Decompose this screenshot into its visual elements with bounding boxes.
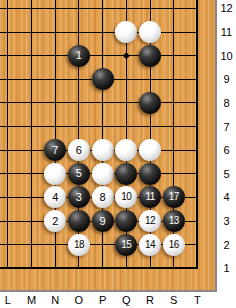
row-label-5: 5 xyxy=(217,167,236,181)
row-label-12: 12 xyxy=(217,1,236,15)
col-label-T: T xyxy=(189,293,205,307)
row-label-8: 8 xyxy=(217,96,236,110)
row-label-1: 1 xyxy=(217,261,236,275)
row-label-4: 4 xyxy=(217,190,236,204)
stone-black-Q2[interactable]: 15 xyxy=(115,234,137,256)
move-number: 16 xyxy=(169,240,179,250)
col-label-R: R xyxy=(142,293,158,307)
stone-white-N5[interactable] xyxy=(44,163,66,185)
move-number: 7 xyxy=(52,145,58,156)
col-label-N: N xyxy=(47,293,63,307)
move-number: 18 xyxy=(74,240,84,250)
row-label-7: 7 xyxy=(217,120,236,134)
stone-black-O3[interactable] xyxy=(68,210,90,232)
col-label-M: M xyxy=(24,293,40,307)
move-number: 5 xyxy=(76,168,82,179)
row-label-6: 6 xyxy=(217,143,236,157)
stone-black-R5[interactable] xyxy=(139,163,161,185)
stone-black-R8[interactable] xyxy=(139,92,161,114)
stone-white-O2[interactable]: 18 xyxy=(68,234,90,256)
stone-white-S2[interactable]: 16 xyxy=(163,234,185,256)
move-number: 17 xyxy=(169,192,179,202)
row-label-2: 2 xyxy=(217,238,236,252)
col-label-P: P xyxy=(95,293,111,307)
move-number: 6 xyxy=(76,145,82,156)
stone-white-O6[interactable]: 6 xyxy=(68,139,90,161)
stone-white-R6[interactable] xyxy=(139,139,161,161)
stone-black-R10[interactable] xyxy=(139,45,161,67)
col-label-O: O xyxy=(71,293,87,307)
go-board[interactable]: 176543810111729121318151416 xyxy=(0,0,217,292)
move-number: 11 xyxy=(145,192,154,202)
col-label-S: S xyxy=(166,293,182,307)
stone-black-O5[interactable]: 5 xyxy=(68,163,90,185)
move-number: 8 xyxy=(100,192,106,203)
move-number: 4 xyxy=(52,192,58,203)
col-label-L: L xyxy=(0,293,16,307)
go-diagram-page: 176543810111729121318151416 LMNOPQRST 12… xyxy=(0,0,236,308)
stone-white-P6[interactable] xyxy=(92,139,114,161)
move-number: 3 xyxy=(76,192,82,203)
stone-black-Q5[interactable] xyxy=(115,163,137,185)
stone-black-P9[interactable] xyxy=(92,68,114,90)
stone-black-O10[interactable]: 1 xyxy=(68,45,90,67)
row-label-10: 10 xyxy=(217,49,236,63)
move-number: 2 xyxy=(52,216,58,227)
col-label-Q: Q xyxy=(118,293,134,307)
stone-white-R3[interactable]: 12 xyxy=(139,210,161,232)
stone-white-R11[interactable] xyxy=(139,21,161,43)
stone-black-S4[interactable]: 17 xyxy=(163,186,185,208)
row-label-9: 9 xyxy=(217,72,236,86)
move-number: 15 xyxy=(121,240,131,250)
move-number: 12 xyxy=(145,216,155,226)
row-label-11: 11 xyxy=(217,25,236,39)
move-number: 1 xyxy=(76,50,82,61)
stone-white-R2[interactable]: 14 xyxy=(139,234,161,256)
move-number: 10 xyxy=(121,192,131,202)
stone-white-P5[interactable] xyxy=(92,163,114,185)
move-number: 9 xyxy=(100,216,106,227)
stone-black-P3[interactable]: 9 xyxy=(92,210,114,232)
move-number: 14 xyxy=(145,240,155,250)
stone-white-P4[interactable]: 8 xyxy=(92,186,114,208)
move-number: 13 xyxy=(169,216,179,226)
star-point-Q10 xyxy=(123,52,130,59)
row-label-3: 3 xyxy=(217,214,236,228)
stone-black-S3[interactable]: 13 xyxy=(163,210,185,232)
